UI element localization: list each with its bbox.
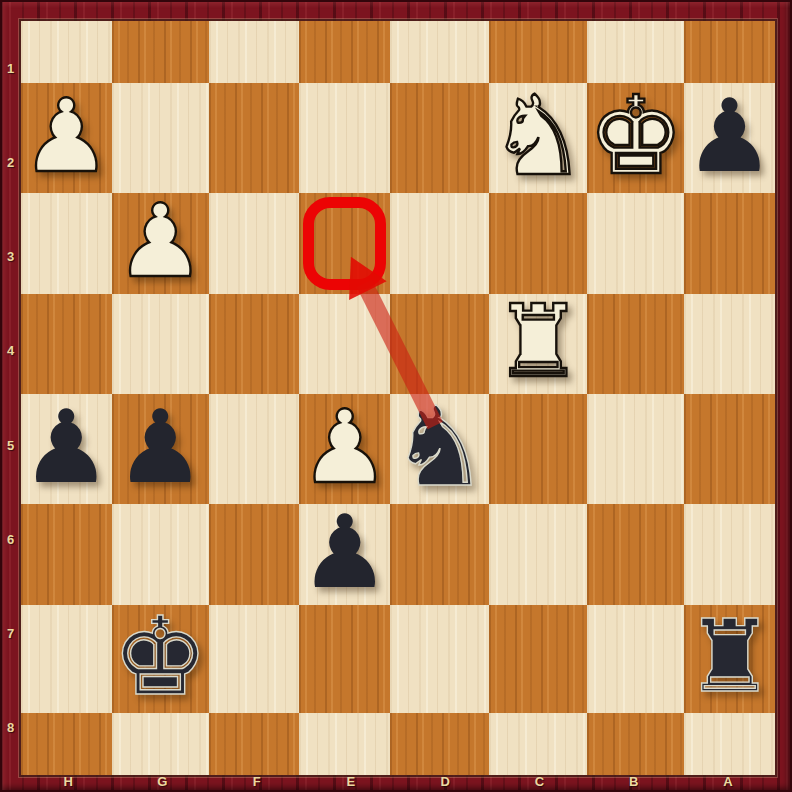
chess-board-frame: ♟♞♚♟♟♜♟♟♟♞♟♚♜ HGFEDCBA 12345678: [0, 0, 792, 792]
square-g2[interactable]: [112, 83, 209, 193]
square-d5[interactable]: ♞: [390, 394, 489, 504]
black-pawn[interactable]: ♟: [21, 397, 112, 498]
file-label-a: A: [681, 772, 775, 791]
file-labels: HGFEDCBA: [21, 772, 775, 791]
square-d3[interactable]: [390, 193, 489, 294]
square-c6[interactable]: [489, 504, 588, 605]
square-a4[interactable]: [684, 294, 775, 394]
square-h7[interactable]: [21, 605, 112, 713]
square-b2[interactable]: ♚: [587, 83, 684, 193]
square-c7[interactable]: [489, 605, 588, 713]
black-pawn[interactable]: ♟: [299, 502, 390, 603]
black-rook[interactable]: ♜: [685, 607, 775, 707]
square-b4[interactable]: [587, 294, 684, 394]
square-f6[interactable]: [209, 504, 300, 605]
square-f4[interactable]: [209, 294, 300, 394]
square-f2[interactable]: [209, 83, 300, 193]
rank-label-1: 1: [0, 21, 21, 115]
black-king[interactable]: ♚: [112, 603, 209, 711]
square-d8[interactable]: [390, 713, 489, 775]
square-e7[interactable]: [299, 605, 390, 713]
square-g4[interactable]: [112, 294, 209, 394]
square-c8[interactable]: [489, 713, 588, 775]
square-a7[interactable]: ♜: [684, 605, 775, 713]
file-label-f: F: [210, 772, 304, 791]
square-h3[interactable]: [21, 193, 112, 294]
square-d1[interactable]: [390, 21, 489, 83]
rank-label-3: 3: [0, 210, 21, 304]
square-h1[interactable]: [21, 21, 112, 83]
rank-label-8: 8: [0, 681, 21, 775]
black-knight[interactable]: ♞: [390, 392, 489, 502]
square-f8[interactable]: [209, 713, 300, 775]
white-pawn[interactable]: ♟: [21, 86, 112, 187]
square-e3[interactable]: [299, 193, 390, 294]
square-b7[interactable]: [587, 605, 684, 713]
square-h4[interactable]: [21, 294, 112, 394]
square-e1[interactable]: [299, 21, 390, 83]
rank-label-5: 5: [0, 398, 21, 492]
square-a1[interactable]: [684, 21, 775, 83]
rank-label-2: 2: [0, 115, 21, 209]
square-h2[interactable]: ♟: [21, 83, 112, 193]
square-e2[interactable]: [299, 83, 390, 193]
file-label-d: D: [398, 772, 492, 791]
square-c3[interactable]: [489, 193, 588, 294]
rank-label-7: 7: [0, 587, 21, 681]
square-c2[interactable]: ♞: [489, 83, 588, 193]
file-label-h: H: [21, 772, 115, 791]
square-d6[interactable]: [390, 504, 489, 605]
rank-label-4: 4: [0, 304, 21, 398]
target-square-highlight: [303, 197, 386, 290]
square-a8[interactable]: [684, 713, 775, 775]
file-label-e: E: [304, 772, 398, 791]
square-a3[interactable]: [684, 193, 775, 294]
square-a6[interactable]: [684, 504, 775, 605]
square-h6[interactable]: [21, 504, 112, 605]
square-d7[interactable]: [390, 605, 489, 713]
black-pawn[interactable]: ♟: [115, 397, 206, 498]
square-d2[interactable]: [390, 83, 489, 193]
square-e5[interactable]: ♟: [299, 394, 390, 504]
square-g1[interactable]: [112, 21, 209, 83]
white-pawn[interactable]: ♟: [115, 191, 206, 292]
square-b5[interactable]: [587, 394, 684, 504]
file-label-c: C: [492, 772, 586, 791]
square-e6[interactable]: ♟: [299, 504, 390, 605]
white-pawn[interactable]: ♟: [299, 397, 390, 498]
white-knight[interactable]: ♞: [489, 81, 588, 191]
square-d4[interactable]: [390, 294, 489, 394]
square-f5[interactable]: [209, 394, 300, 504]
file-label-b: B: [587, 772, 681, 791]
rank-label-6: 6: [0, 492, 21, 586]
square-b8[interactable]: [587, 713, 684, 775]
white-rook[interactable]: ♜: [493, 292, 583, 392]
file-label-g: G: [115, 772, 209, 791]
square-h5[interactable]: ♟: [21, 394, 112, 504]
square-g5[interactable]: ♟: [112, 394, 209, 504]
rank-labels: 12345678: [0, 21, 21, 775]
square-e8[interactable]: [299, 713, 390, 775]
square-b3[interactable]: [587, 193, 684, 294]
square-a5[interactable]: [684, 394, 775, 504]
square-h8[interactable]: [21, 713, 112, 775]
black-pawn[interactable]: ♟: [684, 86, 775, 187]
square-f1[interactable]: [209, 21, 300, 83]
square-c5[interactable]: [489, 394, 588, 504]
square-g6[interactable]: [112, 504, 209, 605]
board: ♟♞♚♟♟♜♟♟♟♞♟♚♜: [21, 21, 775, 775]
square-b6[interactable]: [587, 504, 684, 605]
square-f7[interactable]: [209, 605, 300, 713]
square-c4[interactable]: ♜: [489, 294, 588, 394]
square-a2[interactable]: ♟: [684, 83, 775, 193]
white-king[interactable]: ♚: [587, 82, 684, 190]
square-e4[interactable]: [299, 294, 390, 394]
square-g8[interactable]: [112, 713, 209, 775]
square-g7[interactable]: ♚: [112, 605, 209, 713]
square-f3[interactable]: [209, 193, 300, 294]
square-g3[interactable]: ♟: [112, 193, 209, 294]
